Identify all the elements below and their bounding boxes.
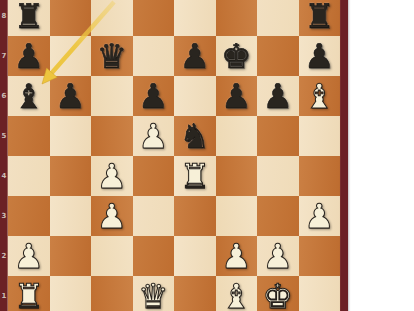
rank-label-7: 7 (0, 52, 8, 60)
black-pawn-h7[interactable]: ♟ (304, 36, 334, 76)
board-left-border: 87654321 (0, 0, 8, 311)
square-e7[interactable]: ♟ (174, 36, 216, 76)
square-g6[interactable]: ♟ (257, 76, 299, 116)
rank-label-3: 3 (0, 212, 8, 220)
white-bishop-f1[interactable]: ♝ (221, 276, 251, 311)
black-pawn-f6[interactable]: ♟ (221, 76, 251, 116)
black-knight-e5[interactable]: ♞ (180, 116, 210, 156)
square-b5[interactable] (50, 116, 92, 156)
square-d2[interactable] (133, 236, 175, 276)
square-b1[interactable] (50, 276, 92, 311)
square-e5[interactable]: ♞ (174, 116, 216, 156)
white-pawn-f2[interactable]: ♟ (221, 236, 251, 276)
board-right-border (340, 0, 348, 311)
square-f5[interactable] (216, 116, 258, 156)
square-c8[interactable] (91, 0, 133, 36)
square-f6[interactable]: ♟ (216, 76, 258, 116)
black-pawn-a7[interactable]: ♟ (14, 36, 44, 76)
square-g1[interactable]: ♚ (257, 276, 299, 311)
square-h7[interactable]: ♟ (299, 36, 341, 76)
square-g2[interactable]: ♟ (257, 236, 299, 276)
square-b6[interactable]: ♟ (50, 76, 92, 116)
square-b2[interactable] (50, 236, 92, 276)
square-f7[interactable]: ♚ (216, 36, 258, 76)
square-e3[interactable] (174, 196, 216, 236)
white-rook-e4[interactable]: ♜ (180, 156, 210, 196)
square-a1[interactable]: ♜ (8, 276, 50, 311)
square-c1[interactable] (91, 276, 133, 311)
square-c3[interactable]: ♟ (91, 196, 133, 236)
white-pawn-c3[interactable]: ♟ (97, 196, 127, 236)
square-e1[interactable] (174, 276, 216, 311)
square-a3[interactable] (8, 196, 50, 236)
square-e6[interactable] (174, 76, 216, 116)
square-d7[interactable] (133, 36, 175, 76)
square-d5[interactable]: ♟ (133, 116, 175, 156)
square-d3[interactable] (133, 196, 175, 236)
white-pawn-a2[interactable]: ♟ (14, 236, 44, 276)
black-pawn-e7[interactable]: ♟ (180, 36, 210, 76)
square-g4[interactable] (257, 156, 299, 196)
black-king-f7[interactable]: ♚ (221, 36, 251, 76)
square-e8[interactable] (174, 0, 216, 36)
square-d1[interactable]: ♛ (133, 276, 175, 311)
square-h8[interactable]: ♜ (299, 0, 341, 36)
square-a6[interactable]: ♝ (8, 76, 50, 116)
black-rook-a8[interactable]: ♜ (14, 0, 44, 36)
black-pawn-b6[interactable]: ♟ (55, 76, 85, 116)
square-a8[interactable]: ♜ (8, 0, 50, 36)
square-b7[interactable] (50, 36, 92, 76)
rank-label-1: 1 (0, 292, 8, 300)
chess-board: 87654321 ♜♜♟♛♟♚♟♝♟♟♟♟♝♟♞♟♜♟♟♟♟♟♜♛♝♚ (0, 0, 348, 311)
square-d6[interactable]: ♟ (133, 76, 175, 116)
square-c5[interactable] (91, 116, 133, 156)
square-g7[interactable] (257, 36, 299, 76)
square-c4[interactable]: ♟ (91, 156, 133, 196)
square-h6[interactable]: ♝ (299, 76, 341, 116)
rank-label-5: 5 (0, 132, 8, 140)
rank-label-2: 2 (0, 252, 8, 260)
square-h1[interactable] (299, 276, 341, 311)
square-h2[interactable] (299, 236, 341, 276)
white-pawn-c4[interactable]: ♟ (97, 156, 127, 196)
square-c2[interactable] (91, 236, 133, 276)
black-queen-c7[interactable]: ♛ (97, 36, 127, 76)
square-h3[interactable]: ♟ (299, 196, 341, 236)
square-f1[interactable]: ♝ (216, 276, 258, 311)
square-d4[interactable] (133, 156, 175, 196)
square-b8[interactable] (50, 0, 92, 36)
square-g5[interactable] (257, 116, 299, 156)
square-b4[interactable] (50, 156, 92, 196)
square-a4[interactable] (8, 156, 50, 196)
white-bishop-h6[interactable]: ♝ (304, 76, 334, 116)
square-g8[interactable] (257, 0, 299, 36)
square-e4[interactable]: ♜ (174, 156, 216, 196)
square-c7[interactable]: ♛ (91, 36, 133, 76)
page-background: 87654321 ♜♜♟♛♟♚♟♝♟♟♟♟♝♟♞♟♜♟♟♟♟♟♜♛♝♚ (0, 0, 414, 311)
square-g3[interactable] (257, 196, 299, 236)
rank-label-6: 6 (0, 92, 8, 100)
black-pawn-d6[interactable]: ♟ (138, 76, 168, 116)
square-f3[interactable] (216, 196, 258, 236)
square-b3[interactable] (50, 196, 92, 236)
square-a2[interactable]: ♟ (8, 236, 50, 276)
square-f2[interactable]: ♟ (216, 236, 258, 276)
square-e2[interactable] (174, 236, 216, 276)
square-a7[interactable]: ♟ (8, 36, 50, 76)
square-h4[interactable] (299, 156, 341, 196)
black-pawn-g6[interactable]: ♟ (263, 76, 293, 116)
square-a5[interactable] (8, 116, 50, 156)
square-d8[interactable] (133, 0, 175, 36)
board-grid: ♜♜♟♛♟♚♟♝♟♟♟♟♝♟♞♟♜♟♟♟♟♟♜♛♝♚ (8, 0, 340, 311)
white-king-g1[interactable]: ♚ (263, 276, 293, 311)
white-queen-d1[interactable]: ♛ (138, 276, 168, 311)
square-h5[interactable] (299, 116, 341, 156)
square-f4[interactable] (216, 156, 258, 196)
white-pawn-g2[interactable]: ♟ (263, 236, 293, 276)
rank-label-4: 4 (0, 172, 8, 180)
white-pawn-h3[interactable]: ♟ (304, 196, 334, 236)
rank-label-8: 8 (0, 12, 8, 20)
square-c6[interactable] (91, 76, 133, 116)
square-f8[interactable] (216, 0, 258, 36)
black-rook-h8[interactable]: ♜ (304, 0, 334, 36)
white-rook-a1[interactable]: ♜ (14, 276, 44, 311)
white-pawn-d5[interactable]: ♟ (138, 116, 168, 156)
black-bishop-a6[interactable]: ♝ (14, 76, 44, 116)
